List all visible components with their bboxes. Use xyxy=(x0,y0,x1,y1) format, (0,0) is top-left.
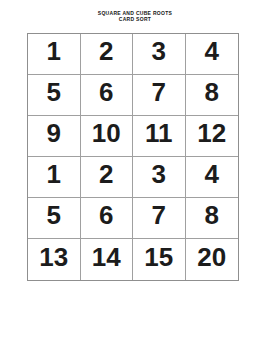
card-cell: 8 xyxy=(186,198,239,239)
card-number: 8 xyxy=(205,202,219,228)
card-number: 8 xyxy=(205,79,219,105)
card-number: 4 xyxy=(205,38,219,64)
card-number: 1 xyxy=(47,38,61,64)
card-number: 6 xyxy=(99,79,113,105)
card-cell: 10 xyxy=(81,116,134,157)
card-grid: 1234567891011121234567813141520 xyxy=(27,33,239,281)
card-number: 13 xyxy=(39,244,68,270)
card-cell: 2 xyxy=(81,157,134,198)
card-number: 11 xyxy=(145,120,173,146)
card-cell: 20 xyxy=(186,239,239,280)
worksheet-page: SQUARE AND CUBE ROOTS CARD SORT 12345678… xyxy=(0,0,270,350)
card-cell: 14 xyxy=(81,239,134,280)
card-cell: 4 xyxy=(186,34,239,75)
worksheet-title: SQUARE AND CUBE ROOTS CARD SORT xyxy=(0,11,270,22)
card-cell: 1 xyxy=(28,157,81,198)
card-number: 20 xyxy=(197,244,226,270)
card-cell: 6 xyxy=(81,198,134,239)
card-cell: 7 xyxy=(133,75,186,116)
card-number: 2 xyxy=(99,38,113,64)
card-number: 6 xyxy=(99,202,113,228)
card-cell: 1 xyxy=(28,34,81,75)
card-number: 1 xyxy=(47,161,61,187)
card-cell: 9 xyxy=(28,116,81,157)
card-number: 3 xyxy=(152,161,166,187)
card-cell: 5 xyxy=(28,198,81,239)
card-number: 4 xyxy=(205,161,219,187)
card-cell: 13 xyxy=(28,239,81,280)
card-number: 7 xyxy=(152,202,166,228)
card-number: 3 xyxy=(152,38,166,64)
card-number: 2 xyxy=(99,161,113,187)
card-cell: 7 xyxy=(133,198,186,239)
card-cell: 12 xyxy=(186,116,239,157)
card-cell: 5 xyxy=(28,75,81,116)
card-number: 12 xyxy=(197,120,226,146)
card-cell: 2 xyxy=(81,34,134,75)
card-number: 9 xyxy=(47,120,61,146)
card-number: 5 xyxy=(47,79,61,105)
card-number: 14 xyxy=(92,244,121,270)
card-number: 15 xyxy=(144,244,173,270)
card-cell: 3 xyxy=(133,34,186,75)
title-line-2: CARD SORT xyxy=(0,17,270,23)
card-cell: 4 xyxy=(186,157,239,198)
card-cell: 8 xyxy=(186,75,239,116)
card-number: 7 xyxy=(152,79,166,105)
card-cell: 3 xyxy=(133,157,186,198)
card-cell: 15 xyxy=(133,239,186,280)
card-cell: 11 xyxy=(133,116,186,157)
card-cell: 6 xyxy=(81,75,134,116)
card-number: 5 xyxy=(47,202,61,228)
card-number: 10 xyxy=(92,120,121,146)
